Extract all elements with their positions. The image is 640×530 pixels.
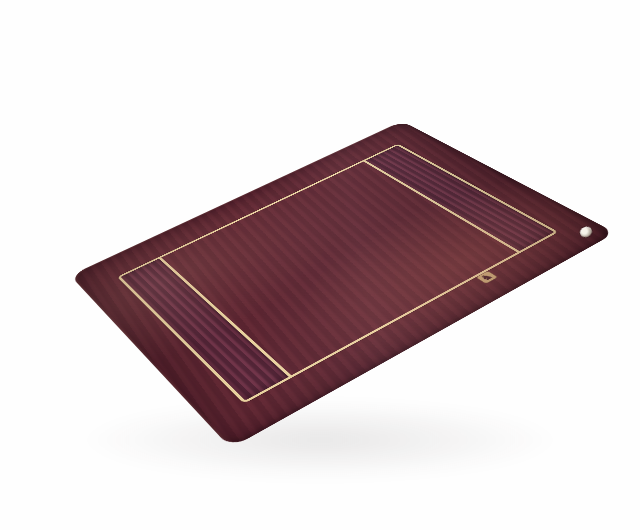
scene: ♞ bbox=[0, 0, 640, 530]
knight-logo-icon: ♞ bbox=[475, 271, 498, 284]
playing-area bbox=[117, 144, 559, 404]
capture-strip-left bbox=[121, 259, 289, 401]
product-photo-stage: ♞ bbox=[0, 0, 640, 530]
board-top-surface: ♞ bbox=[70, 121, 616, 448]
chess-board: ♞ bbox=[70, 121, 616, 448]
